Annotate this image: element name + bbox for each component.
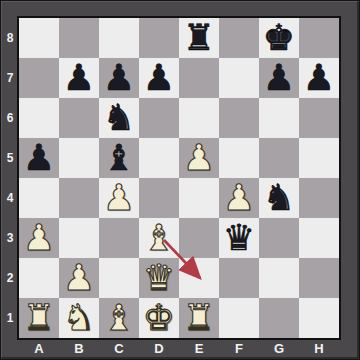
square-f6[interactable] [219, 98, 259, 138]
square-d8[interactable] [139, 18, 179, 58]
square-g8[interactable]: ♚ [259, 18, 299, 58]
square-b5[interactable] [59, 138, 99, 178]
square-f7[interactable] [219, 58, 259, 98]
board-frame: ♜♚♟♟♟♟♟♞♟♝♟♟♟♞♟♝♛♟♛♜♞♝♚♜ 87654321 ABCDEF… [0, 0, 360, 360]
file-label-a: A [19, 339, 59, 360]
square-d4[interactable] [139, 178, 179, 218]
square-h3[interactable] [299, 218, 339, 258]
rank-label-8: 8 [1, 18, 19, 58]
black-knight-c6: ♞ [103, 98, 135, 138]
square-f5[interactable] [219, 138, 259, 178]
square-h1[interactable] [299, 298, 339, 338]
square-g5[interactable] [259, 138, 299, 178]
square-d5[interactable] [139, 138, 179, 178]
square-e2[interactable] [179, 258, 219, 298]
white-bishop-c1: ♝ [103, 298, 135, 338]
square-g7[interactable]: ♟ [259, 58, 299, 98]
black-pawn-c7: ♟ [103, 58, 135, 98]
square-b8[interactable] [59, 18, 99, 58]
square-h8[interactable] [299, 18, 339, 58]
white-pawn-c4: ♟ [103, 178, 135, 218]
white-pawn-f4: ♟ [223, 178, 255, 218]
square-g6[interactable] [259, 98, 299, 138]
square-c2[interactable] [99, 258, 139, 298]
file-label-b: B [59, 339, 99, 360]
rank-label-2: 2 [1, 258, 19, 298]
square-a3[interactable]: ♟ [19, 218, 59, 258]
white-pawn-a3: ♟ [23, 218, 55, 258]
square-e7[interactable] [179, 58, 219, 98]
rank-label-5: 5 [1, 138, 19, 178]
rank-label-4: 4 [1, 178, 19, 218]
chess-board[interactable]: ♜♚♟♟♟♟♟♞♟♝♟♟♟♞♟♝♛♟♛♜♞♝♚♜ [19, 18, 339, 338]
square-e6[interactable] [179, 98, 219, 138]
square-g3[interactable] [259, 218, 299, 258]
square-h6[interactable] [299, 98, 339, 138]
square-d3[interactable]: ♝ [139, 218, 179, 258]
square-f2[interactable] [219, 258, 259, 298]
square-d2[interactable]: ♛ [139, 258, 179, 298]
black-pawn-g7: ♟ [263, 58, 295, 98]
black-pawn-h7: ♟ [303, 58, 335, 98]
black-pawn-a5: ♟ [23, 138, 55, 178]
black-rook-e8: ♜ [183, 18, 215, 58]
square-a8[interactable] [19, 18, 59, 58]
square-g1[interactable] [259, 298, 299, 338]
black-pawn-d7: ♟ [143, 58, 175, 98]
white-pawn-b2: ♟ [63, 258, 95, 298]
square-h5[interactable] [299, 138, 339, 178]
square-d7[interactable]: ♟ [139, 58, 179, 98]
square-g4[interactable]: ♞ [259, 178, 299, 218]
square-e8[interactable]: ♜ [179, 18, 219, 58]
square-c6[interactable]: ♞ [99, 98, 139, 138]
rank-label-7: 7 [1, 58, 19, 98]
square-h4[interactable] [299, 178, 339, 218]
square-a6[interactable] [19, 98, 59, 138]
square-a7[interactable] [19, 58, 59, 98]
rank-label-1: 1 [1, 298, 19, 338]
square-c4[interactable]: ♟ [99, 178, 139, 218]
file-label-e: E [179, 339, 219, 360]
square-d6[interactable] [139, 98, 179, 138]
square-f1[interactable] [219, 298, 259, 338]
black-pawn-b7: ♟ [63, 58, 95, 98]
square-a2[interactable] [19, 258, 59, 298]
square-e5[interactable]: ♟ [179, 138, 219, 178]
file-label-h: H [299, 339, 339, 360]
square-b3[interactable] [59, 218, 99, 258]
square-b2[interactable]: ♟ [59, 258, 99, 298]
black-knight-g4: ♞ [263, 178, 295, 218]
square-a1[interactable]: ♜ [19, 298, 59, 338]
square-b4[interactable] [59, 178, 99, 218]
square-c1[interactable]: ♝ [99, 298, 139, 338]
square-b7[interactable]: ♟ [59, 58, 99, 98]
square-a5[interactable]: ♟ [19, 138, 59, 178]
square-h2[interactable] [299, 258, 339, 298]
file-label-g: G [259, 339, 299, 360]
white-rook-e1: ♜ [183, 298, 215, 338]
square-e4[interactable] [179, 178, 219, 218]
file-label-d: D [139, 339, 179, 360]
file-label-f: F [219, 339, 259, 360]
black-queen-f3: ♛ [223, 218, 255, 258]
square-c8[interactable] [99, 18, 139, 58]
white-bishop-d3: ♝ [143, 218, 175, 258]
square-b1[interactable]: ♞ [59, 298, 99, 338]
square-a4[interactable] [19, 178, 59, 218]
black-bishop-c5: ♝ [103, 138, 135, 178]
square-c3[interactable] [99, 218, 139, 258]
square-c5[interactable]: ♝ [99, 138, 139, 178]
square-e1[interactable]: ♜ [179, 298, 219, 338]
white-rook-a1: ♜ [23, 298, 55, 338]
square-h7[interactable]: ♟ [299, 58, 339, 98]
rank-label-3: 3 [1, 218, 19, 258]
square-g2[interactable] [259, 258, 299, 298]
square-e3[interactable] [179, 218, 219, 258]
white-knight-b1: ♞ [63, 298, 95, 338]
square-b6[interactable] [59, 98, 99, 138]
black-king-g8: ♚ [263, 18, 295, 58]
square-d1[interactable]: ♚ [139, 298, 179, 338]
square-f3[interactable]: ♛ [219, 218, 259, 258]
file-label-c: C [99, 339, 139, 360]
square-f8[interactable] [219, 18, 259, 58]
white-king-d1: ♚ [143, 298, 175, 338]
white-queen-d2: ♛ [143, 258, 175, 298]
square-c7[interactable]: ♟ [99, 58, 139, 98]
square-f4[interactable]: ♟ [219, 178, 259, 218]
white-pawn-e5: ♟ [183, 138, 215, 178]
rank-label-6: 6 [1, 98, 19, 138]
